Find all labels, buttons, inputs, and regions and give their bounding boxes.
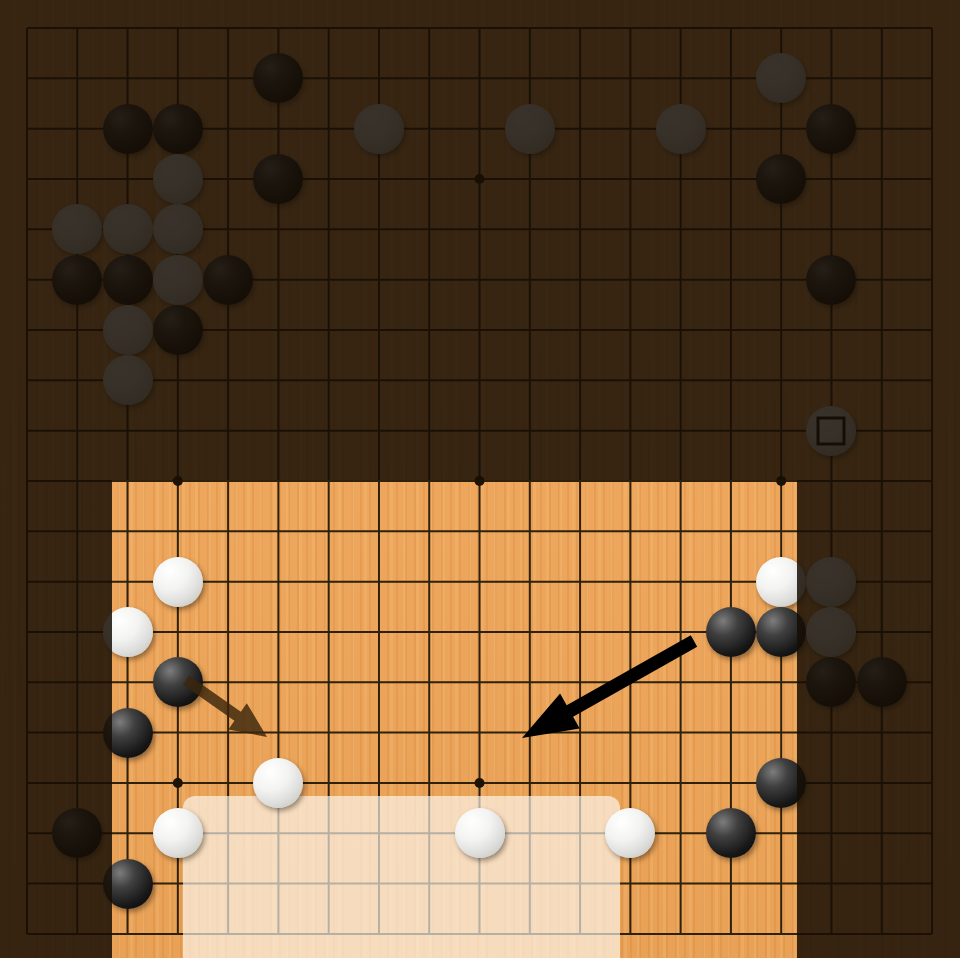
stone-black <box>806 104 856 154</box>
stone-white <box>103 305 153 355</box>
stone-white <box>253 758 303 808</box>
stone-white <box>756 557 806 607</box>
stone-white <box>505 104 555 154</box>
stone-black <box>103 104 153 154</box>
stone-black <box>153 657 203 707</box>
stone-white <box>103 204 153 254</box>
stone-black <box>706 607 756 657</box>
stone-black <box>52 255 102 305</box>
stone-white <box>153 557 203 607</box>
stone-black <box>806 255 856 305</box>
stone-white <box>153 204 203 254</box>
stone-black <box>706 808 756 858</box>
stone-white <box>153 154 203 204</box>
stone-black <box>103 255 153 305</box>
stone-white <box>656 104 706 154</box>
stone-white <box>153 255 203 305</box>
stone-white <box>806 557 856 607</box>
stone-white <box>103 607 153 657</box>
stone-black <box>103 708 153 758</box>
stone-black <box>857 657 907 707</box>
stone-white <box>103 355 153 405</box>
stone-white <box>806 406 856 456</box>
stone-black <box>756 154 806 204</box>
stone-black <box>153 104 203 154</box>
stone-white <box>354 104 404 154</box>
stone-white <box>455 808 505 858</box>
stone-black <box>756 758 806 808</box>
go-board[interactable] <box>0 0 960 958</box>
last-move-square-marker <box>817 416 846 445</box>
stone-white <box>153 808 203 858</box>
stone-black <box>756 607 806 657</box>
stone-black <box>103 859 153 909</box>
stone-black <box>203 255 253 305</box>
stone-black <box>153 305 203 355</box>
